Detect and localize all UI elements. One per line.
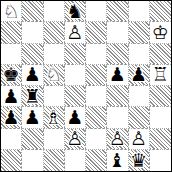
- square-c8[interactable]: [44, 1, 65, 22]
- square-g3[interactable]: [129, 107, 150, 128]
- square-f7[interactable]: [107, 22, 128, 43]
- square-e3[interactable]: [86, 107, 107, 128]
- square-h8[interactable]: [150, 1, 171, 22]
- black-knight-d8: ♞: [65, 1, 85, 21]
- piece-silhouette: ♝: [107, 150, 127, 171]
- square-e2[interactable]: [86, 129, 107, 150]
- square-g6[interactable]: [129, 44, 150, 65]
- piece-silhouette: ♟: [107, 129, 127, 149]
- piece-silhouette: ♟: [1, 86, 21, 106]
- square-a5[interactable]: ♚♚: [1, 65, 22, 86]
- square-g7[interactable]: [129, 22, 150, 43]
- square-c1[interactable]: [44, 150, 65, 171]
- square-g2[interactable]: ♟♙: [129, 129, 150, 150]
- square-h1[interactable]: [150, 150, 171, 171]
- square-h7[interactable]: ♚♔: [150, 22, 171, 43]
- square-a8[interactable]: ♞♘: [1, 1, 22, 22]
- piece-silhouette: ♚: [1, 65, 21, 85]
- black-pawn-b3: ♟: [22, 107, 42, 127]
- square-a2[interactable]: [1, 129, 22, 150]
- square-a1[interactable]: [1, 150, 22, 171]
- square-g1[interactable]: ♛♛: [129, 150, 150, 171]
- black-pawn-d3: ♟: [65, 107, 85, 127]
- white-bishop-c3: ♗: [44, 107, 64, 127]
- square-g4[interactable]: [129, 86, 150, 107]
- square-c3[interactable]: ♝♗: [44, 107, 65, 128]
- black-pawn-a4: ♟: [1, 86, 21, 106]
- white-king-h7: ♔: [150, 22, 171, 42]
- square-f5[interactable]: ♟♟: [107, 65, 128, 86]
- piece-silhouette: ♟: [129, 65, 149, 85]
- square-c7[interactable]: [44, 22, 65, 43]
- black-bishop-f1: ♝: [107, 150, 127, 171]
- square-f2[interactable]: ♟♙: [107, 129, 128, 150]
- chess-board: ♞♘♞♞♟♙♚♔♚♚♟♟♞♘♟♟♟♟♜♖♟♟♜♜♟♟♟♟♝♗♟♟♟♙♟♙♟♙♝♝…: [0, 0, 172, 172]
- piece-silhouette: ♜: [150, 65, 171, 85]
- piece-silhouette: ♟: [1, 107, 21, 127]
- square-d3[interactable]: ♟♟: [65, 107, 86, 128]
- square-b1[interactable]: [22, 150, 43, 171]
- white-rook-h5: ♖: [150, 65, 171, 85]
- square-h2[interactable]: [150, 129, 171, 150]
- piece-silhouette: ♝: [44, 107, 64, 127]
- black-rook-b4: ♜: [22, 86, 42, 106]
- piece-silhouette: ♛: [129, 150, 149, 171]
- piece-silhouette: ♟: [65, 107, 85, 127]
- white-pawn-d7: ♙: [65, 22, 85, 42]
- black-pawn-b5: ♟: [22, 65, 42, 85]
- square-h3[interactable]: [150, 107, 171, 128]
- square-a6[interactable]: [1, 44, 22, 65]
- square-b4[interactable]: ♜♜: [22, 86, 43, 107]
- square-d7[interactable]: ♟♙: [65, 22, 86, 43]
- black-king-a5: ♚: [1, 65, 21, 85]
- square-e1[interactable]: [86, 150, 107, 171]
- square-d5[interactable]: [65, 65, 86, 86]
- white-pawn-f2: ♙: [107, 129, 127, 149]
- square-a4[interactable]: ♟♟: [1, 86, 22, 107]
- square-b2[interactable]: [22, 129, 43, 150]
- square-f3[interactable]: [107, 107, 128, 128]
- black-pawn-g5: ♟: [129, 65, 149, 85]
- square-d6[interactable]: [65, 44, 86, 65]
- piece-silhouette: ♞: [65, 1, 85, 21]
- piece-silhouette: ♟: [65, 22, 85, 42]
- square-e5[interactable]: [86, 65, 107, 86]
- square-b3[interactable]: ♟♟: [22, 107, 43, 128]
- square-d2[interactable]: ♟♙: [65, 129, 86, 150]
- square-g5[interactable]: ♟♟: [129, 65, 150, 86]
- black-pawn-a3: ♟: [1, 107, 21, 127]
- piece-silhouette: ♟: [107, 65, 127, 85]
- square-d8[interactable]: ♞♞: [65, 1, 86, 22]
- piece-silhouette: ♚: [150, 22, 171, 42]
- square-f6[interactable]: [107, 44, 128, 65]
- piece-silhouette: ♟: [22, 107, 42, 127]
- square-c4[interactable]: [44, 86, 65, 107]
- square-f8[interactable]: [107, 1, 128, 22]
- square-b5[interactable]: ♟♟: [22, 65, 43, 86]
- white-pawn-d2: ♙: [65, 129, 85, 149]
- piece-silhouette: ♞: [1, 1, 21, 21]
- square-e7[interactable]: [86, 22, 107, 43]
- black-pawn-f5: ♟: [107, 65, 127, 85]
- white-knight-a8: ♘: [1, 1, 21, 21]
- piece-silhouette: ♟: [129, 129, 149, 149]
- square-f1[interactable]: ♝♝: [107, 150, 128, 171]
- square-h6[interactable]: [150, 44, 171, 65]
- square-d1[interactable]: [65, 150, 86, 171]
- square-c2[interactable]: [44, 129, 65, 150]
- square-a7[interactable]: [1, 22, 22, 43]
- piece-silhouette: ♟: [22, 65, 42, 85]
- piece-silhouette: ♞: [44, 65, 64, 85]
- square-f4[interactable]: [107, 86, 128, 107]
- piece-silhouette: ♜: [22, 86, 42, 106]
- square-c5[interactable]: ♞♘: [44, 65, 65, 86]
- square-c6[interactable]: [44, 44, 65, 65]
- piece-silhouette: ♟: [65, 129, 85, 149]
- square-b8[interactable]: [22, 1, 43, 22]
- white-knight-c5: ♘: [44, 65, 64, 85]
- square-e8[interactable]: [86, 1, 107, 22]
- black-queen-g1: ♛: [129, 150, 149, 171]
- square-g8[interactable]: [129, 1, 150, 22]
- square-b7[interactable]: [22, 22, 43, 43]
- square-e6[interactable]: [86, 44, 107, 65]
- square-e4[interactable]: [86, 86, 107, 107]
- square-b6[interactable]: [22, 44, 43, 65]
- square-h4[interactable]: [150, 86, 171, 107]
- square-a3[interactable]: ♟♟: [1, 107, 22, 128]
- square-h5[interactable]: ♜♖: [150, 65, 171, 86]
- square-d4[interactable]: [65, 86, 86, 107]
- white-pawn-g2: ♙: [129, 129, 149, 149]
